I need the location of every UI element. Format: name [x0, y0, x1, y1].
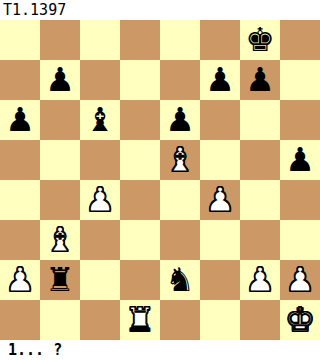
square-g3[interactable]: [240, 220, 280, 260]
black-bishop-piece: ♝: [85, 100, 115, 140]
square-b1[interactable]: [40, 300, 80, 340]
white-bishop-piece: ♝: [165, 140, 195, 180]
square-d5[interactable]: [120, 140, 160, 180]
square-h8[interactable]: [280, 20, 320, 60]
square-a6[interactable]: ♟: [0, 100, 40, 140]
square-b8[interactable]: [40, 20, 80, 60]
square-g2[interactable]: ♟: [240, 260, 280, 300]
white-pawn-piece: ♟: [285, 260, 315, 300]
square-f5[interactable]: [200, 140, 240, 180]
square-a1[interactable]: [0, 300, 40, 340]
move-prompt: 1... ?: [0, 340, 320, 360]
square-e2[interactable]: ♞: [160, 260, 200, 300]
square-b4[interactable]: [40, 180, 80, 220]
square-h6[interactable]: [280, 100, 320, 140]
square-c3[interactable]: [80, 220, 120, 260]
square-h4[interactable]: [280, 180, 320, 220]
square-g7[interactable]: ♟: [240, 60, 280, 100]
square-d7[interactable]: [120, 60, 160, 100]
square-d6[interactable]: [120, 100, 160, 140]
square-e5[interactable]: ♝: [160, 140, 200, 180]
square-a2[interactable]: ♟: [0, 260, 40, 300]
white-pawn-piece: ♟: [85, 180, 115, 220]
square-h7[interactable]: [280, 60, 320, 100]
chess-board: ♚♟♟♟♟♝♟♝♟♟♟♝♟♜♞♟♟♜♚: [0, 20, 320, 340]
square-h3[interactable]: [280, 220, 320, 260]
white-pawn-piece: ♟: [245, 260, 275, 300]
square-d4[interactable]: [120, 180, 160, 220]
square-g8[interactable]: ♚: [240, 20, 280, 60]
square-g5[interactable]: [240, 140, 280, 180]
square-g6[interactable]: [240, 100, 280, 140]
white-bishop-piece: ♝: [45, 220, 75, 260]
black-king-piece: ♚: [245, 20, 275, 60]
square-b2[interactable]: ♜: [40, 260, 80, 300]
square-e3[interactable]: [160, 220, 200, 260]
black-pawn-piece: ♟: [285, 140, 315, 180]
square-f7[interactable]: ♟: [200, 60, 240, 100]
square-d2[interactable]: [120, 260, 160, 300]
square-b7[interactable]: ♟: [40, 60, 80, 100]
square-h1[interactable]: ♚: [280, 300, 320, 340]
square-c2[interactable]: [80, 260, 120, 300]
square-b3[interactable]: ♝: [40, 220, 80, 260]
square-e1[interactable]: [160, 300, 200, 340]
square-g1[interactable]: [240, 300, 280, 340]
square-c8[interactable]: [80, 20, 120, 60]
square-f2[interactable]: [200, 260, 240, 300]
square-d3[interactable]: [120, 220, 160, 260]
square-b5[interactable]: [40, 140, 80, 180]
white-king-piece: ♚: [285, 300, 315, 340]
black-pawn-piece: ♟: [205, 60, 235, 100]
square-g4[interactable]: [240, 180, 280, 220]
square-f1[interactable]: [200, 300, 240, 340]
square-f6[interactable]: [200, 100, 240, 140]
square-c1[interactable]: [80, 300, 120, 340]
square-d1[interactable]: ♜: [120, 300, 160, 340]
black-pawn-piece: ♟: [45, 60, 75, 100]
square-f4[interactable]: ♟: [200, 180, 240, 220]
puzzle-id: T1.1397: [0, 0, 320, 20]
black-knight-piece: ♞: [165, 260, 195, 300]
square-b6[interactable]: [40, 100, 80, 140]
black-pawn-piece: ♟: [165, 100, 195, 140]
black-pawn-piece: ♟: [245, 60, 275, 100]
square-e4[interactable]: [160, 180, 200, 220]
square-d8[interactable]: [120, 20, 160, 60]
square-a7[interactable]: [0, 60, 40, 100]
black-pawn-piece: ♟: [5, 100, 35, 140]
square-a8[interactable]: [0, 20, 40, 60]
square-h2[interactable]: ♟: [280, 260, 320, 300]
square-h5[interactable]: ♟: [280, 140, 320, 180]
square-f8[interactable]: [200, 20, 240, 60]
black-rook-piece: ♜: [45, 260, 75, 300]
square-e8[interactable]: [160, 20, 200, 60]
square-c7[interactable]: [80, 60, 120, 100]
square-a4[interactable]: [0, 180, 40, 220]
square-c4[interactable]: ♟: [80, 180, 120, 220]
square-f3[interactable]: [200, 220, 240, 260]
square-a3[interactable]: [0, 220, 40, 260]
square-a5[interactable]: [0, 140, 40, 180]
white-pawn-piece: ♟: [205, 180, 235, 220]
white-pawn-piece: ♟: [5, 260, 35, 300]
white-rook-piece: ♜: [125, 300, 155, 340]
square-c6[interactable]: ♝: [80, 100, 120, 140]
square-c5[interactable]: [80, 140, 120, 180]
square-e7[interactable]: [160, 60, 200, 100]
square-e6[interactable]: ♟: [160, 100, 200, 140]
